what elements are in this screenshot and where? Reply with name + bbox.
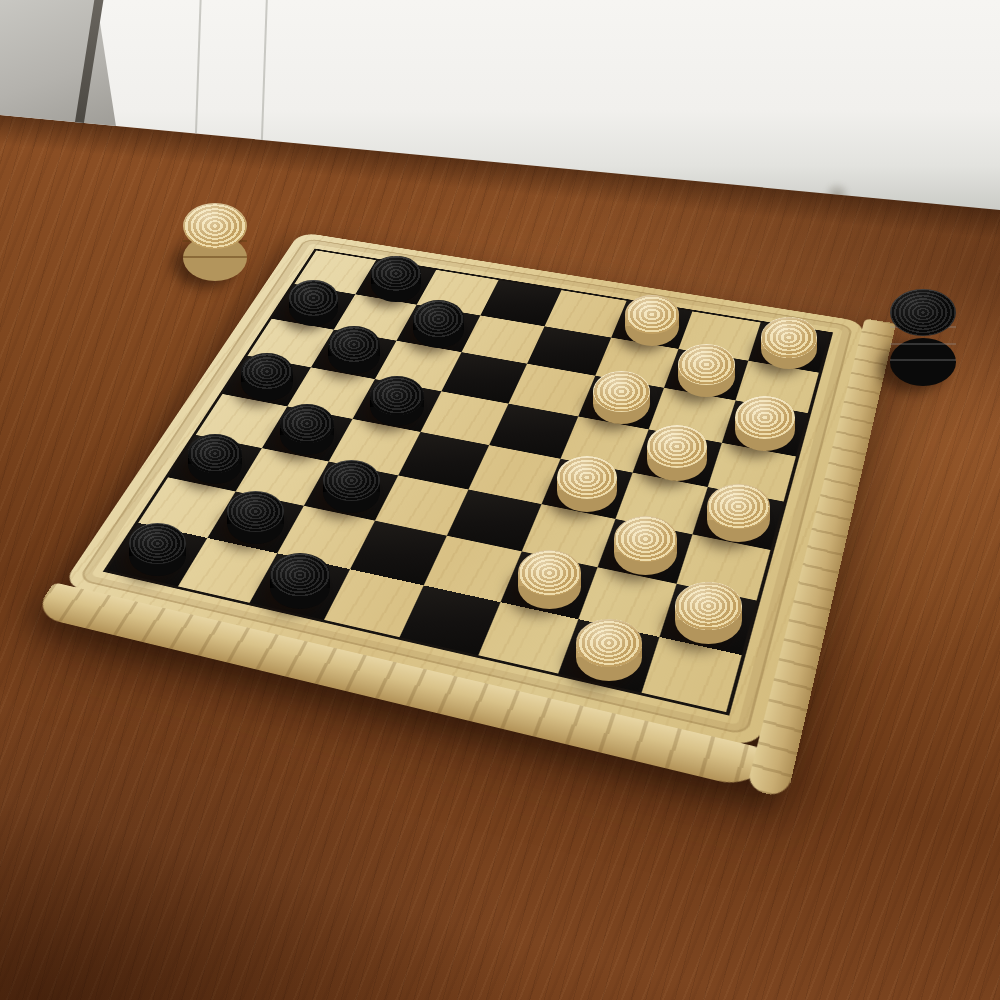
piece-natural-f5[interactable]: [557, 456, 617, 512]
piece-black-a6[interactable]: [188, 434, 242, 484]
piece-black-b3[interactable]: [328, 326, 380, 374]
piece-black-c4[interactable]: [370, 376, 424, 427]
piece-natural-g8[interactable]: [576, 619, 643, 681]
piece-black-b7[interactable]: [227, 491, 284, 544]
off-board-black-stack[interactable]: [890, 289, 956, 386]
piece-natural-f3[interactable]: [593, 371, 650, 424]
piece-natural-f7[interactable]: [518, 550, 581, 609]
pieces-layer: [0, 0, 1000, 1000]
piece-natural-h1[interactable]: [761, 317, 818, 370]
piece-black-c6[interactable]: [323, 460, 380, 513]
piece-natural-g6[interactable]: [614, 516, 677, 575]
checkers-photo-scene: [0, 0, 1000, 1000]
piece-black-a4[interactable]: [241, 353, 293, 401]
piece-natural-h3[interactable]: [735, 396, 795, 452]
piece-natural-h7[interactable]: [675, 582, 742, 644]
piece-black-b1[interactable]: [371, 256, 421, 302]
piece-natural-g4[interactable]: [647, 425, 707, 481]
piece-natural-f1[interactable]: [625, 295, 679, 346]
piece-natural-g2[interactable]: [678, 344, 735, 397]
off-board-natural-stack[interactable]: [183, 203, 247, 281]
piece-black-b5[interactable]: [280, 404, 334, 455]
piece-black-c8[interactable]: [270, 553, 330, 609]
piece-black-c2[interactable]: [413, 300, 465, 348]
piece-black-a8[interactable]: [129, 523, 186, 576]
piece-black-a2[interactable]: [289, 280, 339, 326]
piece-natural-h5[interactable]: [707, 484, 770, 543]
